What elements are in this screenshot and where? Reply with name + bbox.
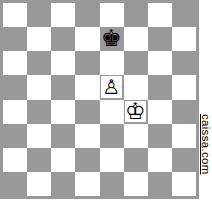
square-c4 xyxy=(51,100,75,124)
square-a4 xyxy=(3,100,27,124)
chess-board: ♚♙♔ xyxy=(3,3,196,196)
square-g6 xyxy=(148,51,172,75)
square-e8 xyxy=(100,3,124,27)
square-c2 xyxy=(51,148,75,172)
square-g7 xyxy=(148,27,172,51)
square-h3 xyxy=(172,124,196,148)
square-f6 xyxy=(124,51,148,75)
square-d6 xyxy=(75,51,99,75)
square-d1 xyxy=(75,172,99,196)
square-f3 xyxy=(124,124,148,148)
square-a1 xyxy=(3,172,27,196)
square-b7 xyxy=(27,27,51,51)
square-b1 xyxy=(27,172,51,196)
square-h7 xyxy=(172,27,196,51)
square-b5 xyxy=(27,75,51,99)
square-d4 xyxy=(75,100,99,124)
square-f8 xyxy=(124,3,148,27)
square-e2 xyxy=(100,148,124,172)
watermark: caissa.com xyxy=(199,114,212,198)
square-g2 xyxy=(148,148,172,172)
square-d7 xyxy=(75,27,99,51)
square-a7 xyxy=(3,27,27,51)
square-b2 xyxy=(27,148,51,172)
square-g8 xyxy=(148,3,172,27)
white-king: ♔ xyxy=(125,100,146,123)
square-h1 xyxy=(172,172,196,196)
square-f1 xyxy=(124,172,148,196)
square-e4 xyxy=(100,100,124,124)
square-d5 xyxy=(75,75,99,99)
square-e7: ♚ xyxy=(100,27,124,51)
black-king: ♚ xyxy=(101,27,122,50)
square-c6 xyxy=(51,51,75,75)
square-h2 xyxy=(172,148,196,172)
square-g5 xyxy=(148,75,172,99)
square-e5: ♙ xyxy=(100,75,124,99)
square-c3 xyxy=(51,124,75,148)
square-f4: ♔ xyxy=(124,100,148,124)
square-b4 xyxy=(27,100,51,124)
square-a2 xyxy=(3,148,27,172)
square-a5 xyxy=(3,75,27,99)
square-h4 xyxy=(172,100,196,124)
black-king-sprite: ♚ xyxy=(101,28,123,50)
square-a3 xyxy=(3,124,27,148)
square-h8 xyxy=(172,3,196,27)
square-f2 xyxy=(124,148,148,172)
white-pawn: ♙ xyxy=(102,77,120,97)
square-h6 xyxy=(172,51,196,75)
square-e3 xyxy=(100,124,124,148)
square-c1 xyxy=(51,172,75,196)
square-g4 xyxy=(148,100,172,124)
square-a6 xyxy=(3,51,27,75)
square-f5 xyxy=(124,75,148,99)
square-e1 xyxy=(100,172,124,196)
white-pawn-sprite: ♙ xyxy=(101,76,123,98)
board-frame: ♚♙♔ xyxy=(0,0,199,199)
square-d2 xyxy=(75,148,99,172)
square-d8 xyxy=(75,3,99,27)
square-b8 xyxy=(27,3,51,27)
square-b6 xyxy=(27,51,51,75)
square-g1 xyxy=(148,172,172,196)
square-f7 xyxy=(124,27,148,51)
square-a8 xyxy=(3,3,27,27)
square-d3 xyxy=(75,124,99,148)
square-c8 xyxy=(51,3,75,27)
square-c5 xyxy=(51,75,75,99)
square-h5 xyxy=(172,75,196,99)
white-king-sprite: ♔ xyxy=(125,101,147,123)
square-e6 xyxy=(100,51,124,75)
square-c7 xyxy=(51,27,75,51)
square-b3 xyxy=(27,124,51,148)
square-g3 xyxy=(148,124,172,148)
chess-diagram: ♚♙♔ caissa.com xyxy=(0,0,212,200)
watermark-text: caissa.com xyxy=(199,114,212,198)
